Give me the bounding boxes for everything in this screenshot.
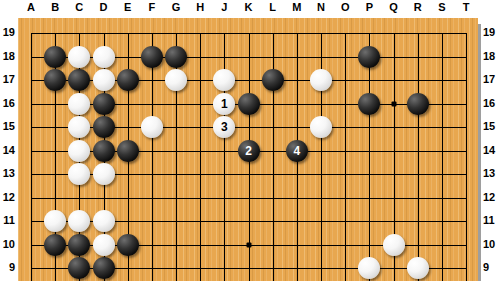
grid-row-19 — [31, 33, 467, 34]
stone-black-B10 — [44, 234, 66, 256]
stone-black-D16 — [93, 93, 115, 115]
row-label-left-17: 17 — [0, 73, 15, 87]
stone-black-E14 — [117, 140, 139, 162]
grid-col-H — [200, 33, 201, 281]
col-label-F: F — [140, 1, 164, 15]
col-label-D: D — [92, 1, 116, 15]
stone-black-C17 — [68, 69, 90, 91]
row-label-left-18: 18 — [0, 50, 15, 64]
row-label-right-15: 15 — [483, 120, 499, 134]
row-label-left-13: 13 — [0, 167, 15, 181]
stone-white-D13 — [93, 163, 115, 185]
stone-black-M14: 4 — [286, 140, 308, 162]
stone-white-J17 — [213, 69, 235, 91]
grid-col-S — [442, 33, 443, 281]
grid-col-A — [31, 33, 32, 281]
stone-white-D10 — [93, 234, 115, 256]
stone-black-C9 — [68, 257, 90, 279]
row-label-left-14: 14 — [0, 144, 15, 158]
stone-white-G17 — [165, 69, 187, 91]
stone-white-C11 — [68, 210, 90, 232]
star-point-Q16 — [391, 101, 396, 106]
stone-white-C13 — [68, 163, 90, 185]
stone-white-B11 — [44, 210, 66, 232]
col-label-P: P — [357, 1, 381, 15]
stone-white-N17 — [310, 69, 332, 91]
row-label-right-11: 11 — [483, 214, 499, 228]
row-label-right-13: 13 — [483, 167, 499, 181]
col-label-G: G — [164, 1, 188, 15]
stone-black-E10 — [117, 234, 139, 256]
stone-black-R16 — [407, 93, 429, 115]
stone-white-C14 — [68, 140, 90, 162]
col-label-S: S — [430, 1, 454, 15]
stone-black-E17 — [117, 69, 139, 91]
row-label-right-19: 19 — [483, 26, 499, 40]
stone-white-N15 — [310, 116, 332, 138]
row-label-right-12: 12 — [483, 191, 499, 205]
stone-white-F15 — [141, 116, 163, 138]
stone-black-L17 — [262, 69, 284, 91]
row-label-left-12: 12 — [0, 191, 15, 205]
stone-black-D9 — [93, 257, 115, 279]
row-label-left-19: 19 — [0, 26, 15, 40]
col-label-E: E — [116, 1, 140, 15]
stone-white-J16: 1 — [213, 93, 235, 115]
col-label-C: C — [67, 1, 91, 15]
col-label-K: K — [237, 1, 261, 15]
col-label-J: J — [212, 1, 236, 15]
stone-black-C10 — [68, 234, 90, 256]
row-label-right-18: 18 — [483, 50, 499, 64]
row-label-right-14: 14 — [483, 144, 499, 158]
col-label-N: N — [309, 1, 333, 15]
stone-black-F18 — [141, 46, 163, 68]
row-label-right-17: 17 — [483, 73, 499, 87]
stone-black-P18 — [358, 46, 380, 68]
star-point-K10 — [246, 242, 251, 247]
stone-white-D17 — [93, 69, 115, 91]
stone-black-K14: 2 — [238, 140, 260, 162]
stone-white-C16 — [68, 93, 90, 115]
stone-white-C18 — [68, 46, 90, 68]
go-diagram-frame: ABCDEFGHJKLMNOPQRST 19181716151413121110… — [0, 0, 500, 281]
stone-black-G18 — [165, 46, 187, 68]
stone-black-P16 — [358, 93, 380, 115]
col-label-Q: Q — [382, 1, 406, 15]
stone-white-J15: 3 — [213, 116, 235, 138]
stone-black-B18 — [44, 46, 66, 68]
row-label-right-10: 10 — [483, 238, 499, 252]
grid-col-O — [345, 33, 346, 281]
row-label-left-16: 16 — [0, 97, 15, 111]
stone-white-D18 — [93, 46, 115, 68]
col-label-B: B — [43, 1, 67, 15]
grid-row-12 — [31, 198, 467, 199]
stone-white-R9 — [407, 257, 429, 279]
col-label-T: T — [454, 1, 478, 15]
row-label-left-15: 15 — [0, 120, 15, 134]
row-label-right-16: 16 — [483, 97, 499, 111]
stone-white-P9 — [358, 257, 380, 279]
stone-white-C15 — [68, 116, 90, 138]
stone-black-D15 — [93, 116, 115, 138]
stone-black-D14 — [93, 140, 115, 162]
stone-black-B17 — [44, 69, 66, 91]
row-label-right-9: 9 — [483, 261, 499, 275]
col-label-H: H — [188, 1, 212, 15]
grid-col-R — [418, 33, 419, 281]
col-label-M: M — [285, 1, 309, 15]
row-label-left-11: 11 — [0, 214, 15, 228]
row-label-left-10: 10 — [0, 238, 15, 252]
stone-white-D11 — [93, 210, 115, 232]
stone-white-Q10 — [383, 234, 405, 256]
col-label-O: O — [333, 1, 357, 15]
go-board[interactable]: 2413 — [18, 18, 478, 281]
stone-black-K16 — [238, 93, 260, 115]
grid-col-P — [369, 33, 370, 281]
grid-col-T — [466, 33, 467, 281]
grid-col-F — [152, 33, 153, 281]
col-label-R: R — [406, 1, 430, 15]
col-label-A: A — [19, 1, 43, 15]
col-label-L: L — [261, 1, 285, 15]
row-label-left-9: 9 — [0, 261, 15, 275]
